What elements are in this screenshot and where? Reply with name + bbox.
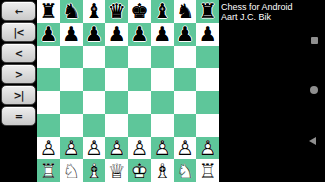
square-e6[interactable] [128, 46, 151, 69]
square-f6[interactable] [151, 46, 174, 69]
toolbar: ← |< < > >| = [0, 0, 37, 182]
square-a5[interactable] [37, 68, 60, 91]
square-c6[interactable] [83, 46, 106, 69]
android-recents-icon[interactable] [311, 37, 318, 44]
piece-black-pawn: ♟♟ [39, 23, 57, 45]
chess-board: ♜♜♞♞♝♝♛♛♚♚♝♝♞♞♜♜♟♟♟♟♟♟♟♟♟♟♟♟♟♟♟♟♟♙♟♙♟♙♟♙… [37, 0, 219, 182]
piece-black-pawn: ♟♟ [130, 23, 148, 45]
square-h6[interactable] [196, 46, 219, 69]
jump-to-start-button[interactable]: |< [1, 22, 36, 42]
piece-black-rook: ♜♜ [39, 0, 57, 22]
square-f8[interactable]: ♝♝ [151, 0, 174, 23]
square-a6[interactable] [37, 46, 60, 69]
square-g1[interactable]: ♞♘ [174, 159, 197, 182]
square-e1[interactable]: ♚♔ [128, 159, 151, 182]
square-c4[interactable] [83, 91, 106, 114]
piece-white-queen: ♛♕ [108, 160, 126, 182]
piece-white-pawn: ♟♙ [153, 137, 171, 159]
piece-black-pawn: ♟♟ [176, 23, 194, 45]
square-b8[interactable]: ♞♞ [60, 0, 83, 23]
piece-black-pawn: ♟♟ [108, 23, 126, 45]
square-e7[interactable]: ♟♟ [128, 23, 151, 46]
square-c3[interactable] [83, 114, 106, 137]
square-h1[interactable]: ♜♖ [196, 159, 219, 182]
square-h4[interactable] [196, 91, 219, 114]
square-f4[interactable] [151, 91, 174, 114]
app-author: Aart J.C. Bik [221, 12, 293, 22]
square-a8[interactable]: ♜♜ [37, 0, 60, 23]
square-b4[interactable] [60, 91, 83, 114]
piece-white-king: ♚♔ [130, 160, 148, 182]
square-c5[interactable] [83, 68, 106, 91]
android-home-icon[interactable] [310, 86, 318, 94]
piece-black-rook: ♜♜ [199, 0, 217, 22]
square-b7[interactable]: ♟♟ [60, 23, 83, 46]
square-b5[interactable] [60, 68, 83, 91]
square-c8[interactable]: ♝♝ [83, 0, 106, 23]
piece-white-rook: ♜♖ [199, 160, 217, 182]
piece-white-pawn: ♟♙ [85, 137, 103, 159]
step-back-button[interactable]: < [1, 43, 36, 63]
square-g3[interactable] [174, 114, 197, 137]
square-d2[interactable]: ♟♙ [105, 137, 128, 160]
square-h3[interactable] [196, 114, 219, 137]
piece-white-bishop: ♝♗ [153, 160, 171, 182]
piece-black-pawn: ♟♟ [199, 23, 217, 45]
piece-black-bishop: ♝♝ [85, 0, 103, 22]
step-forward-button[interactable]: > [1, 64, 36, 84]
square-a4[interactable] [37, 91, 60, 114]
square-c7[interactable]: ♟♟ [83, 23, 106, 46]
square-b1[interactable]: ♞♘ [60, 159, 83, 182]
piece-white-knight: ♞♘ [176, 160, 194, 182]
square-d8[interactable]: ♛♛ [105, 0, 128, 23]
square-g8[interactable]: ♞♞ [174, 0, 197, 23]
square-g6[interactable] [174, 46, 197, 69]
square-b2[interactable]: ♟♙ [60, 137, 83, 160]
jump-to-end-button[interactable]: >| [1, 85, 36, 105]
square-d3[interactable] [105, 114, 128, 137]
menu-button[interactable]: = [1, 106, 36, 126]
square-h5[interactable] [196, 68, 219, 91]
square-h8[interactable]: ♜♜ [196, 0, 219, 23]
piece-white-rook: ♜♖ [39, 160, 57, 182]
piece-black-pawn: ♟♟ [153, 23, 171, 45]
square-a1[interactable]: ♜♖ [37, 159, 60, 182]
square-e5[interactable] [128, 68, 151, 91]
square-f5[interactable] [151, 68, 174, 91]
app-info: Chess for Android Aart J.C. Bik [221, 2, 293, 22]
square-g2[interactable]: ♟♙ [174, 137, 197, 160]
square-c1[interactable]: ♝♗ [83, 159, 106, 182]
piece-black-bishop: ♝♝ [153, 0, 171, 22]
piece-white-pawn: ♟♙ [199, 137, 217, 159]
app-title: Chess for Android [221, 2, 293, 12]
piece-black-knight: ♞♞ [176, 0, 194, 22]
square-a2[interactable]: ♟♙ [37, 137, 60, 160]
square-e3[interactable] [128, 114, 151, 137]
piece-black-pawn: ♟♟ [85, 23, 103, 45]
square-b6[interactable] [60, 46, 83, 69]
square-d4[interactable] [105, 91, 128, 114]
undo-move-button[interactable]: ← [1, 1, 36, 21]
square-g5[interactable] [174, 68, 197, 91]
square-h2[interactable]: ♟♙ [196, 137, 219, 160]
piece-white-bishop: ♝♗ [85, 160, 103, 182]
square-d5[interactable] [105, 68, 128, 91]
square-f2[interactable]: ♟♙ [151, 137, 174, 160]
square-e8[interactable]: ♚♚ [128, 0, 151, 23]
square-g7[interactable]: ♟♟ [174, 23, 197, 46]
piece-white-pawn: ♟♙ [130, 137, 148, 159]
piece-black-pawn: ♟♟ [62, 23, 80, 45]
square-e2[interactable]: ♟♙ [128, 137, 151, 160]
square-f1[interactable]: ♝♗ [151, 159, 174, 182]
square-d6[interactable] [105, 46, 128, 69]
square-d1[interactable]: ♛♕ [105, 159, 128, 182]
square-h7[interactable]: ♟♟ [196, 23, 219, 46]
square-c2[interactable]: ♟♙ [83, 137, 106, 160]
piece-white-knight: ♞♘ [62, 160, 80, 182]
square-a7[interactable]: ♟♟ [37, 23, 60, 46]
square-b3[interactable] [60, 114, 83, 137]
square-g4[interactable] [174, 91, 197, 114]
square-a3[interactable] [37, 114, 60, 137]
app-screen: ← |< < > >| = ♜♜♞♞♝♝♛♛♚♚♝♝♞♞♜♜♟♟♟♟♟♟♟♟♟♟… [0, 0, 325, 182]
piece-black-queen: ♛♛ [108, 0, 126, 22]
square-d7[interactable]: ♟♟ [105, 23, 128, 46]
piece-white-pawn: ♟♙ [62, 137, 80, 159]
piece-white-pawn: ♟♙ [176, 137, 194, 159]
piece-black-king: ♚♚ [130, 0, 148, 22]
square-f3[interactable] [151, 114, 174, 137]
android-back-icon[interactable] [309, 137, 316, 145]
square-f7[interactable]: ♟♟ [151, 23, 174, 46]
square-e4[interactable] [128, 91, 151, 114]
piece-black-knight: ♞♞ [62, 0, 80, 22]
piece-white-pawn: ♟♙ [108, 137, 126, 159]
piece-white-pawn: ♟♙ [39, 137, 57, 159]
